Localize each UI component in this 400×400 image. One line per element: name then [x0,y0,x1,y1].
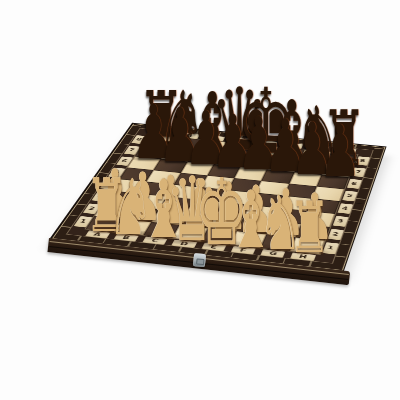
piece-glyph: ♟ [318,116,356,188]
piece-glyph: ♜ [289,193,326,264]
piece-white-rook[interactable]: ♜ [289,193,326,264]
piece-black-pawn[interactable]: ♟ [318,116,356,188]
chess-set-photo: ABCDEFGH ABCDEFGH 87654321 87654321 ♜♞♝♛… [0,0,400,400]
